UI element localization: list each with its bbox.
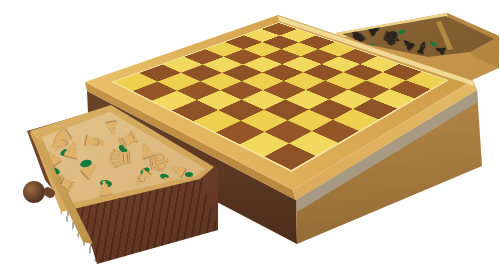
chess-piece-queen: ♛ bbox=[105, 143, 135, 173]
chess-box-photo: ♞♟♚♟♝♟ ♞♟♟♝♟♜♟♛♟♚♟♜♟♝♟ bbox=[0, 0, 500, 280]
